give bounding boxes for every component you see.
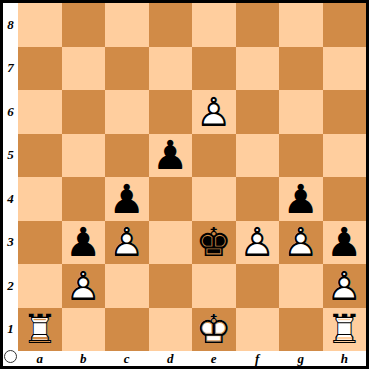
white-to-move-indicator (4, 350, 17, 363)
piece-white-pawn-h2[interactable]: ♟♙ (323, 264, 367, 308)
square-a1[interactable]: ♜♖ (18, 308, 62, 352)
piece-white-pawn-f3[interactable]: ♟♙ (236, 221, 280, 265)
square-h1[interactable]: ♜♖ (323, 308, 367, 352)
square-h8[interactable] (323, 3, 367, 47)
square-c3[interactable]: ♟♙ (105, 221, 149, 265)
square-c6[interactable] (105, 90, 149, 134)
piece-glyph-fill: ♚ (196, 222, 232, 262)
square-f5[interactable] (236, 134, 280, 178)
square-f3[interactable]: ♟♙ (236, 221, 280, 265)
square-g7[interactable] (279, 47, 323, 91)
square-g8[interactable] (279, 3, 323, 47)
piece-glyph-outline: ♔ (196, 309, 232, 349)
piece-white-pawn-g3[interactable]: ♟♙ (279, 221, 323, 265)
square-g6[interactable] (279, 90, 323, 134)
piece-glyph-outline: ♙ (196, 92, 232, 132)
piece-glyph-outline: ♙ (283, 222, 319, 262)
piece-glyph-fill: ♟ (109, 179, 145, 219)
piece-black-pawn-g4[interactable]: ♟ (279, 177, 323, 221)
square-g4[interactable]: ♟ (279, 177, 323, 221)
piece-white-king-e1[interactable]: ♚♔ (192, 308, 236, 352)
piece-white-rook-h1[interactable]: ♜♖ (323, 308, 367, 352)
square-a2[interactable] (18, 264, 62, 308)
file-label-b: b (62, 351, 106, 367)
square-d7[interactable] (149, 47, 193, 91)
piece-black-pawn-c4[interactable]: ♟ (105, 177, 149, 221)
square-g2[interactable] (279, 264, 323, 308)
board: ♟♙♟♟♟♟♟♙♚♟♙♟♙♟♟♙♟♙♜♖♚♔♜♖ (18, 3, 366, 351)
piece-glyph-outline: ♙ (239, 222, 275, 262)
square-c7[interactable] (105, 47, 149, 91)
chess-diagram: 87654321 ♟♙♟♟♟♟♟♙♚♟♙♟♙♟♟♙♟♙♜♖♚♔♜♖ abcdef… (0, 0, 369, 369)
square-b8[interactable] (62, 3, 106, 47)
rank-label-6: 6 (3, 90, 18, 134)
square-a7[interactable] (18, 47, 62, 91)
file-labels: abcdefgh (18, 351, 366, 366)
square-a6[interactable] (18, 90, 62, 134)
square-e2[interactable] (192, 264, 236, 308)
square-a3[interactable] (18, 221, 62, 265)
piece-white-pawn-b2[interactable]: ♟♙ (62, 264, 106, 308)
piece-white-pawn-c3[interactable]: ♟♙ (105, 221, 149, 265)
square-f1[interactable] (236, 308, 280, 352)
square-b7[interactable] (62, 47, 106, 91)
square-e7[interactable] (192, 47, 236, 91)
square-g5[interactable] (279, 134, 323, 178)
square-f7[interactable] (236, 47, 280, 91)
square-f4[interactable] (236, 177, 280, 221)
square-b1[interactable] (62, 308, 106, 352)
file-label-f: f (236, 351, 280, 367)
piece-white-rook-a1[interactable]: ♜♖ (18, 308, 62, 352)
square-h2[interactable]: ♟♙ (323, 264, 367, 308)
square-b3[interactable]: ♟ (62, 221, 106, 265)
piece-black-pawn-b3[interactable]: ♟ (62, 221, 106, 265)
square-h5[interactable] (323, 134, 367, 178)
square-b6[interactable] (62, 90, 106, 134)
piece-glyph-fill: ♟ (326, 222, 362, 262)
square-g1[interactable] (279, 308, 323, 352)
piece-glyph-fill: ♟ (152, 135, 188, 175)
square-c5[interactable] (105, 134, 149, 178)
square-b2[interactable]: ♟♙ (62, 264, 106, 308)
square-f8[interactable] (236, 3, 280, 47)
piece-glyph-outline: ♙ (65, 266, 101, 306)
square-e5[interactable] (192, 134, 236, 178)
file-label-g: g (279, 351, 323, 367)
piece-glyph-fill: ♟ (283, 179, 319, 219)
piece-glyph-fill: ♟ (65, 222, 101, 262)
piece-black-king-e3[interactable]: ♚ (192, 221, 236, 265)
square-f6[interactable] (236, 90, 280, 134)
file-label-c: c (105, 351, 149, 367)
piece-glyph-outline: ♖ (22, 309, 58, 349)
square-h6[interactable] (323, 90, 367, 134)
square-c8[interactable] (105, 3, 149, 47)
file-label-e: e (192, 351, 236, 367)
square-a4[interactable] (18, 177, 62, 221)
rank-label-2: 2 (3, 264, 18, 308)
piece-glyph-outline: ♙ (109, 222, 145, 262)
square-e8[interactable] (192, 3, 236, 47)
piece-glyph-outline: ♙ (326, 266, 362, 306)
square-d8[interactable] (149, 3, 193, 47)
square-c1[interactable] (105, 308, 149, 352)
file-label-d: d (149, 351, 193, 367)
piece-black-pawn-h3[interactable]: ♟ (323, 221, 367, 265)
piece-glyph-outline: ♖ (326, 309, 362, 349)
square-d4[interactable] (149, 177, 193, 221)
square-c2[interactable] (105, 264, 149, 308)
square-h7[interactable] (323, 47, 367, 91)
rank-labels: 87654321 (3, 3, 18, 351)
rank-label-8: 8 (3, 3, 18, 47)
rank-label-1: 1 (3, 308, 18, 352)
piece-black-pawn-d5[interactable]: ♟ (149, 134, 193, 178)
rank-label-4: 4 (3, 177, 18, 221)
square-e4[interactable] (192, 177, 236, 221)
square-d2[interactable] (149, 264, 193, 308)
square-d3[interactable] (149, 221, 193, 265)
square-a5[interactable] (18, 134, 62, 178)
square-e1[interactable]: ♚♔ (192, 308, 236, 352)
square-b4[interactable] (62, 177, 106, 221)
rank-label-7: 7 (3, 47, 18, 91)
square-g3[interactable]: ♟♙ (279, 221, 323, 265)
square-f2[interactable] (236, 264, 280, 308)
square-a8[interactable] (18, 3, 62, 47)
square-d6[interactable] (149, 90, 193, 134)
square-d5[interactable]: ♟ (149, 134, 193, 178)
square-h3[interactable]: ♟ (323, 221, 367, 265)
square-h4[interactable] (323, 177, 367, 221)
square-b5[interactable] (62, 134, 106, 178)
square-e6[interactable]: ♟♙ (192, 90, 236, 134)
rank-label-5: 5 (3, 134, 18, 178)
square-c4[interactable]: ♟ (105, 177, 149, 221)
square-e3[interactable]: ♚ (192, 221, 236, 265)
file-label-h: h (323, 351, 367, 367)
piece-white-pawn-e6[interactable]: ♟♙ (192, 90, 236, 134)
rank-label-3: 3 (3, 221, 18, 265)
file-label-a: a (18, 351, 62, 367)
square-d1[interactable] (149, 308, 193, 352)
